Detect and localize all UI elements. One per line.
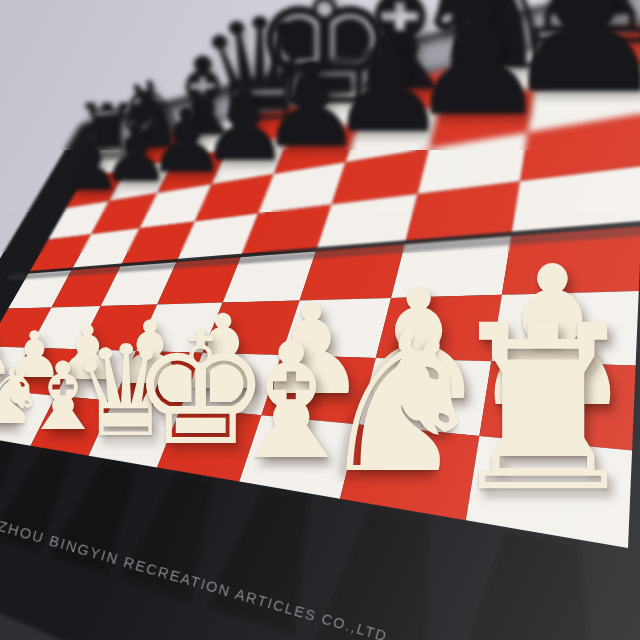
square-f3 xyxy=(281,298,391,358)
product-photo: WENZHOU BINGYIN RECREATION ARTICLES CO.,… xyxy=(0,0,640,640)
square-h2 xyxy=(479,361,635,450)
square-f2 xyxy=(261,355,375,424)
chess-board xyxy=(0,0,640,640)
square-g3 xyxy=(376,295,502,362)
square-h3 xyxy=(491,291,639,366)
square-g2 xyxy=(359,358,491,436)
